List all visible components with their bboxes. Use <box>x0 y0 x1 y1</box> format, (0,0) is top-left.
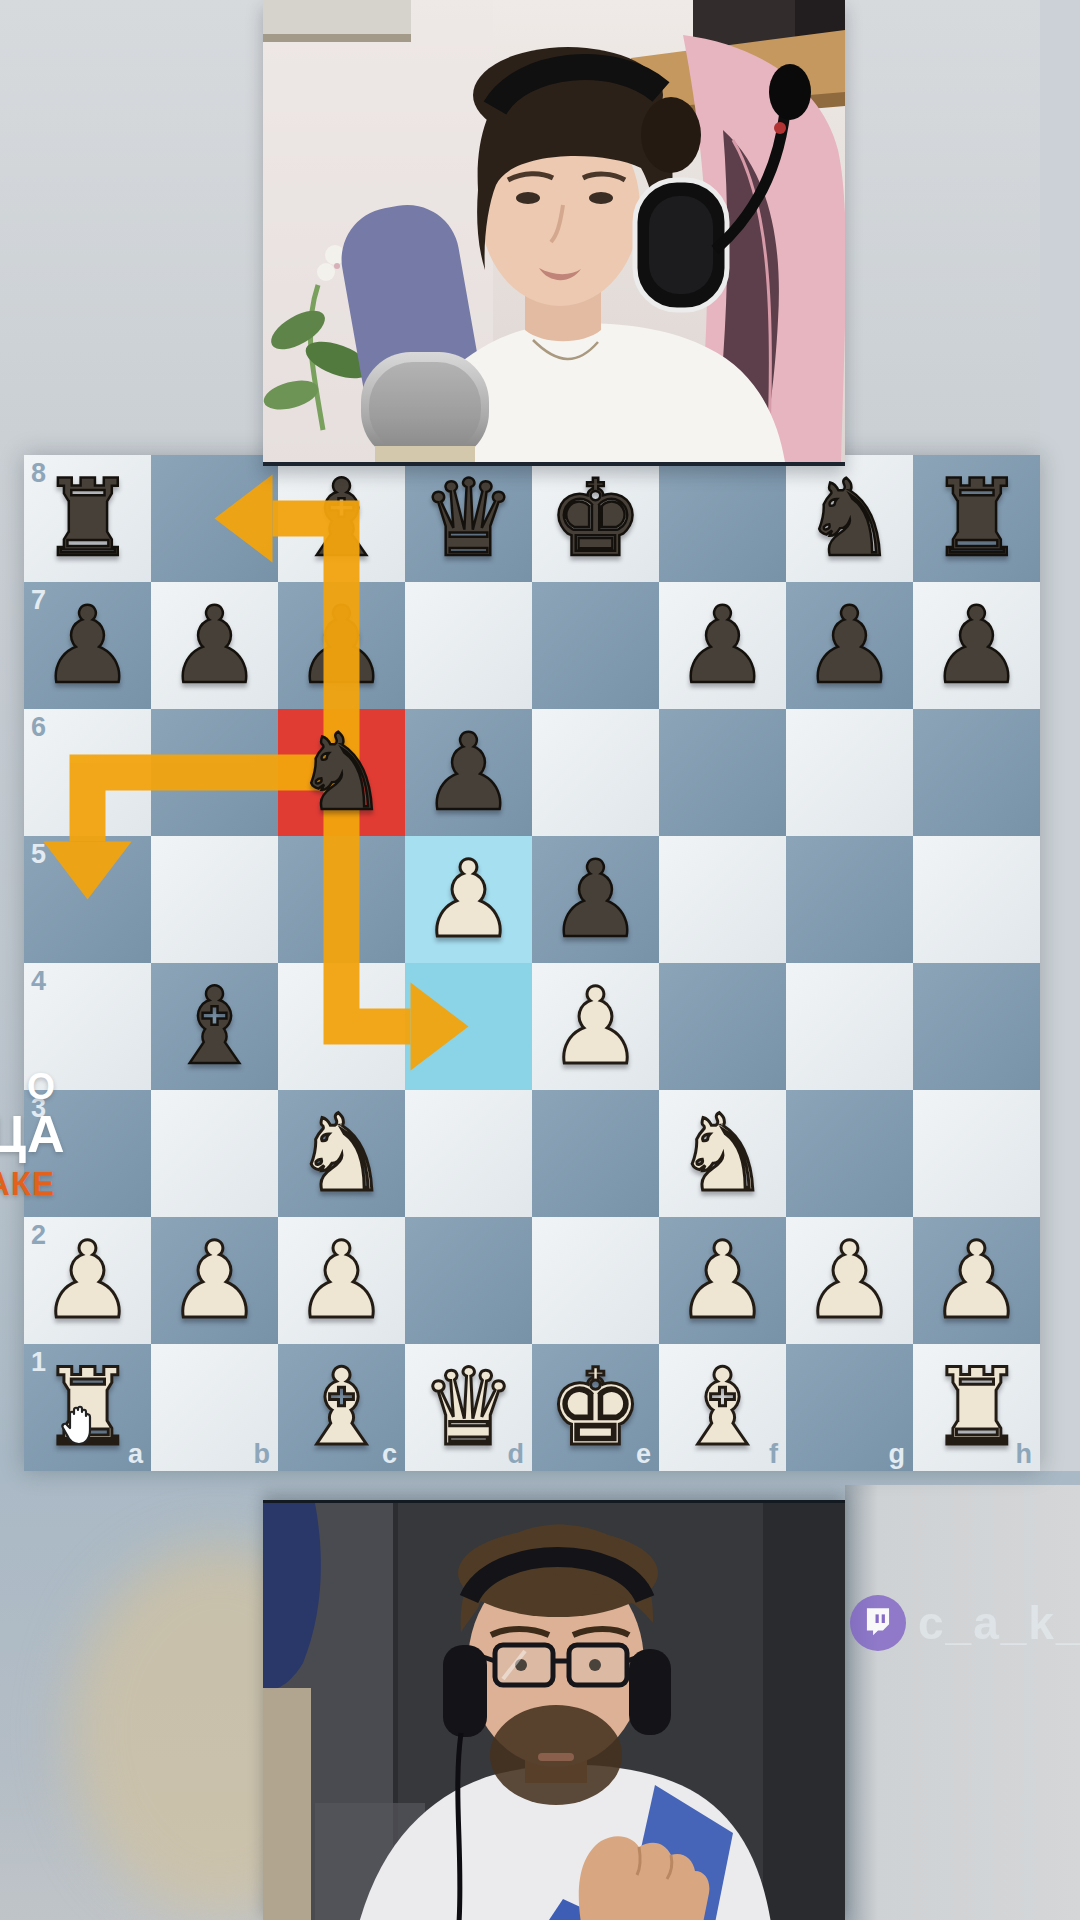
piece-black-bishop: ♝ <box>278 455 405 582</box>
square-b1[interactable]: b <box>151 1344 278 1471</box>
square-c6[interactable]: ♞ <box>278 709 405 836</box>
square-f1[interactable]: f♝ <box>659 1344 786 1471</box>
square-e4[interactable]: ♟ <box>532 963 659 1090</box>
square-b3[interactable] <box>151 1090 278 1217</box>
square-b7[interactable]: ♟ <box>151 582 278 709</box>
piece-black-pawn: ♟ <box>786 582 913 709</box>
square-f6[interactable] <box>659 709 786 836</box>
rank-label-8: 8 <box>31 458 46 489</box>
piece-black-pawn: ♟ <box>532 836 659 963</box>
square-d6[interactable]: ♟ <box>405 709 532 836</box>
streamer-webcam-picture <box>263 0 845 462</box>
piece-white-pawn: ♟ <box>278 1217 405 1344</box>
square-c7[interactable]: ♟ <box>278 582 405 709</box>
file-label-b: b <box>254 1439 271 1470</box>
square-g4[interactable] <box>786 963 913 1090</box>
square-b2[interactable]: ♟ <box>151 1217 278 1344</box>
square-f5[interactable] <box>659 836 786 963</box>
square-d2[interactable] <box>405 1217 532 1344</box>
square-h2[interactable]: ♟ <box>913 1217 1040 1344</box>
piece-white-pawn: ♟ <box>405 836 532 963</box>
rank-label-7: 7 <box>31 585 46 616</box>
chess-board[interactable]: 8♜♝♛♚♞♜7♟♟♟♟♟♟6♞♟5♟♟4♝♟3♞♞2♟♟♟♟♟♟1a♜bc♝d… <box>24 455 1040 1471</box>
file-label-c: c <box>382 1439 397 1470</box>
square-c2[interactable]: ♟ <box>278 1217 405 1344</box>
square-a2[interactable]: 2♟ <box>24 1217 151 1344</box>
stream-screen: 8♜♝♛♚♞♜7♟♟♟♟♟♟6♞♟5♟♟4♝♟3♞♞2♟♟♟♟♟♟1a♜bc♝d… <box>0 0 1080 1920</box>
square-g6[interactable] <box>786 709 913 836</box>
piece-black-pawn: ♟ <box>151 582 278 709</box>
file-label-f: f <box>769 1439 778 1470</box>
board-grid: 8♜♝♛♚♞♜7♟♟♟♟♟♟6♞♟5♟♟4♝♟3♞♞2♟♟♟♟♟♟1a♜bc♝d… <box>24 455 1040 1471</box>
piece-black-pawn: ♟ <box>405 709 532 836</box>
square-d7[interactable] <box>405 582 532 709</box>
twitch-watermark: c_a_k_e <box>850 1595 1080 1651</box>
square-c1[interactable]: c♝ <box>278 1344 405 1471</box>
piece-black-queen: ♛ <box>405 455 532 582</box>
square-e1[interactable]: e♚ <box>532 1344 659 1471</box>
overlay-text-fragment: ЦА <box>0 1104 66 1164</box>
background-band <box>845 1485 1080 1920</box>
square-f2[interactable]: ♟ <box>659 1217 786 1344</box>
guest-webcam <box>263 1500 845 1920</box>
square-f3[interactable]: ♞ <box>659 1090 786 1217</box>
piece-black-rook: ♜ <box>913 455 1040 582</box>
twitch-handle: c_a_k_e <box>918 1596 1080 1650</box>
piece-white-knight: ♞ <box>278 1090 405 1217</box>
piece-black-knight: ♞ <box>786 455 913 582</box>
twitch-logo-icon <box>850 1595 906 1651</box>
square-d1[interactable]: d♛ <box>405 1344 532 1471</box>
square-h8[interactable]: ♜ <box>913 455 1040 582</box>
piece-white-pawn: ♟ <box>532 963 659 1090</box>
square-d5[interactable]: ♟ <box>405 836 532 963</box>
square-g5[interactable] <box>786 836 913 963</box>
square-d3[interactable] <box>405 1090 532 1217</box>
rank-label-1: 1 <box>31 1347 46 1378</box>
square-b5[interactable] <box>151 836 278 963</box>
square-e6[interactable] <box>532 709 659 836</box>
square-c3[interactable]: ♞ <box>278 1090 405 1217</box>
square-h7[interactable]: ♟ <box>913 582 1040 709</box>
square-g2[interactable]: ♟ <box>786 1217 913 1344</box>
piece-black-king: ♚ <box>532 455 659 582</box>
piece-white-pawn: ♟ <box>151 1217 278 1344</box>
square-a5[interactable]: 5 <box>24 836 151 963</box>
shelf-top-left <box>263 0 411 42</box>
square-h6[interactable] <box>913 709 1040 836</box>
square-a8[interactable]: 8♜ <box>24 455 151 582</box>
square-e5[interactable]: ♟ <box>532 836 659 963</box>
square-a1[interactable]: 1a♜ <box>24 1344 151 1471</box>
square-g3[interactable] <box>786 1090 913 1217</box>
square-b8[interactable] <box>151 455 278 582</box>
square-h4[interactable] <box>913 963 1040 1090</box>
background-band <box>1040 0 1080 1471</box>
piece-white-pawn: ♟ <box>786 1217 913 1344</box>
piece-white-pawn: ♟ <box>913 1217 1040 1344</box>
streamer-webcam <box>263 0 845 466</box>
square-h3[interactable] <box>913 1090 1040 1217</box>
square-b6[interactable] <box>151 709 278 836</box>
rank-label-6: 6 <box>31 712 46 743</box>
piece-white-bishop: ♝ <box>659 1344 786 1471</box>
file-label-d: d <box>508 1439 525 1470</box>
piece-black-bishop: ♝ <box>151 963 278 1090</box>
square-g7[interactable]: ♟ <box>786 582 913 709</box>
square-e2[interactable] <box>532 1217 659 1344</box>
square-d8[interactable]: ♛ <box>405 455 532 582</box>
square-g8[interactable]: ♞ <box>786 455 913 582</box>
overlay-text-fragment: О <box>27 1066 56 1108</box>
rank-label-4: 4 <box>31 966 46 997</box>
overlay-text-fragment: АКЕ <box>0 1165 55 1203</box>
piece-white-knight: ♞ <box>659 1090 786 1217</box>
piece-black-knight: ♞ <box>278 709 405 836</box>
square-g1[interactable]: g <box>786 1344 913 1471</box>
piece-white-pawn: ♟ <box>659 1217 786 1344</box>
square-b4[interactable]: ♝ <box>151 963 278 1090</box>
square-h1[interactable]: h♜ <box>913 1344 1040 1471</box>
square-f8[interactable] <box>659 455 786 582</box>
square-d4[interactable] <box>405 963 532 1090</box>
rank-label-2: 2 <box>31 1220 46 1251</box>
piece-black-pawn: ♟ <box>913 582 1040 709</box>
square-a6[interactable]: 6 <box>24 709 151 836</box>
file-label-e: e <box>636 1439 651 1470</box>
desk-microphone <box>361 352 489 462</box>
piece-black-pawn: ♟ <box>659 582 786 709</box>
square-e8[interactable]: ♚ <box>532 455 659 582</box>
guest-webcam-picture <box>263 1503 845 1920</box>
square-a7[interactable]: 7♟ <box>24 582 151 709</box>
square-c5[interactable] <box>278 836 405 963</box>
square-e3[interactable] <box>532 1090 659 1217</box>
file-label-h: h <box>1016 1439 1033 1470</box>
file-label-g: g <box>889 1439 906 1470</box>
piece-black-pawn: ♟ <box>278 582 405 709</box>
file-label-a: a <box>128 1439 143 1470</box>
square-f7[interactable]: ♟ <box>659 582 786 709</box>
rank-label-5: 5 <box>31 839 46 870</box>
square-h5[interactable] <box>913 836 1040 963</box>
square-e7[interactable] <box>532 582 659 709</box>
square-f4[interactable] <box>659 963 786 1090</box>
square-c8[interactable]: ♝ <box>278 455 405 582</box>
square-c4[interactable] <box>278 963 405 1090</box>
